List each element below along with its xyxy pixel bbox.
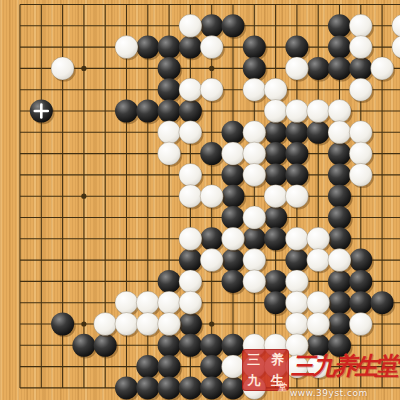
- black-stone: [222, 206, 245, 229]
- black-stone: [200, 355, 223, 378]
- white-stone: [179, 185, 202, 208]
- black-stone: [328, 36, 351, 59]
- white-stone: [328, 100, 351, 123]
- white-stone: [158, 142, 181, 165]
- black-stone: [158, 78, 181, 101]
- black-stone: [243, 36, 266, 59]
- white-stone: [51, 57, 74, 80]
- white-stone: [179, 163, 202, 186]
- white-stone: [200, 249, 223, 272]
- black-stone: [285, 249, 308, 272]
- black-stone: [115, 100, 138, 123]
- black-stone: [243, 57, 266, 80]
- black-stone: [136, 355, 159, 378]
- black-stone: [328, 57, 351, 80]
- black-stone: [264, 206, 287, 229]
- seal-char: 三: [247, 353, 260, 366]
- white-stone: [307, 291, 330, 314]
- black-stone: [115, 376, 138, 399]
- black-stone: [285, 36, 308, 59]
- white-stone: [392, 36, 400, 59]
- white-stone: [285, 227, 308, 250]
- black-stone: [307, 121, 330, 144]
- seal-char: 九: [247, 374, 260, 387]
- go-board-diagram: 三 养 九 生 堂 三九养生堂 www.39yst.com: [0, 0, 400, 400]
- white-stone: [243, 142, 266, 165]
- black-stone: [72, 334, 95, 357]
- white-stone: [285, 270, 308, 293]
- white-stone: [115, 291, 138, 314]
- black-stone: [179, 100, 202, 123]
- black-stone: [222, 14, 245, 37]
- black-stone: [349, 270, 372, 293]
- white-stone: [115, 313, 138, 336]
- watermark-seal: 三 养 九 生 堂: [242, 349, 289, 391]
- white-stone: [264, 78, 287, 101]
- black-stone: [200, 14, 223, 37]
- black-stone: [222, 249, 245, 272]
- black-stone: [285, 163, 308, 186]
- black-stone: [158, 376, 181, 399]
- white-stone: [179, 291, 202, 314]
- white-stone: [285, 185, 308, 208]
- black-stone: [264, 163, 287, 186]
- white-stone: [222, 227, 245, 250]
- white-stone: [328, 249, 351, 272]
- white-stone: [243, 121, 266, 144]
- white-stone: [179, 14, 202, 37]
- black-stone: [136, 376, 159, 399]
- black-stone: [179, 313, 202, 336]
- black-stone: [349, 57, 372, 80]
- black-stone: [200, 334, 223, 357]
- white-stone: [136, 291, 159, 314]
- black-stone: [328, 313, 351, 336]
- white-stone: [285, 291, 308, 314]
- black-stone: [371, 291, 394, 314]
- black-stone: [328, 185, 351, 208]
- watermark-brand-text: 三九养生堂: [291, 350, 400, 382]
- black-stone: [136, 36, 159, 59]
- black-stone: [264, 121, 287, 144]
- white-stone: [179, 270, 202, 293]
- black-stone: [94, 334, 117, 357]
- black-stone: [51, 313, 74, 336]
- black-stone: [179, 376, 202, 399]
- white-stone: [200, 36, 223, 59]
- black-stone: [328, 270, 351, 293]
- go-board: [0, 0, 400, 400]
- black-stone: [328, 163, 351, 186]
- white-stone: [307, 249, 330, 272]
- black-stone: [200, 376, 223, 399]
- black-stone: [200, 227, 223, 250]
- black-stone: [349, 249, 372, 272]
- white-stone: [179, 227, 202, 250]
- black-stone: [222, 185, 245, 208]
- black-stone: [307, 57, 330, 80]
- white-stone: [328, 121, 351, 144]
- white-stone: [285, 313, 308, 336]
- white-stone: [392, 14, 400, 37]
- black-stone: [222, 270, 245, 293]
- white-stone: [158, 121, 181, 144]
- white-stone: [264, 185, 287, 208]
- black-stone: [179, 249, 202, 272]
- black-stone: [179, 334, 202, 357]
- white-stone: [349, 313, 372, 336]
- black-stone: [158, 36, 181, 59]
- white-stone: [349, 36, 372, 59]
- white-stone: [307, 227, 330, 250]
- white-stone: [349, 163, 372, 186]
- white-stone: [200, 185, 223, 208]
- white-stone: [243, 249, 266, 272]
- black-stone: [264, 142, 287, 165]
- black-stone: [158, 270, 181, 293]
- white-stone: [94, 313, 117, 336]
- black-stone: [349, 291, 372, 314]
- black-stone: [285, 121, 308, 144]
- black-stone: [328, 291, 351, 314]
- white-stone: [243, 163, 266, 186]
- white-stone: [264, 100, 287, 123]
- black-stone: [179, 36, 202, 59]
- white-stone: [179, 78, 202, 101]
- white-stone: [307, 313, 330, 336]
- white-stone: [115, 36, 138, 59]
- black-stone: [222, 163, 245, 186]
- white-stone: [349, 121, 372, 144]
- white-stone: [158, 291, 181, 314]
- black-stone: [158, 100, 181, 123]
- seal-char-extra: 堂: [278, 383, 287, 392]
- white-stone: [179, 121, 202, 144]
- watermark-url: www.39yst.com: [290, 388, 368, 398]
- black-stone: [264, 227, 287, 250]
- white-stone: [222, 142, 245, 165]
- white-stone: [285, 57, 308, 80]
- seal-char: 养: [271, 353, 284, 366]
- white-stone: [349, 142, 372, 165]
- black-stone: [222, 121, 245, 144]
- black-stone: [328, 14, 351, 37]
- black-stone: [264, 270, 287, 293]
- white-stone: [243, 78, 266, 101]
- black-stone: [158, 57, 181, 80]
- black-stone: [264, 291, 287, 314]
- black-stone: [200, 142, 223, 165]
- white-stone: [307, 100, 330, 123]
- white-stone: [349, 78, 372, 101]
- black-stone: [158, 334, 181, 357]
- white-stone: [158, 313, 181, 336]
- white-stone: [243, 206, 266, 229]
- black-stone: [328, 227, 351, 250]
- white-stone: [200, 78, 223, 101]
- black-stone: [158, 355, 181, 378]
- stones-layer: [30, 14, 400, 400]
- white-stone: [136, 313, 159, 336]
- black-stone: [243, 227, 266, 250]
- white-stone: [349, 14, 372, 37]
- black-stone: [328, 142, 351, 165]
- white-stone: [285, 100, 308, 123]
- white-stone: [371, 57, 394, 80]
- white-stone: [243, 270, 266, 293]
- black-stone: [328, 206, 351, 229]
- black-stone: [285, 142, 308, 165]
- black-stone: [136, 100, 159, 123]
